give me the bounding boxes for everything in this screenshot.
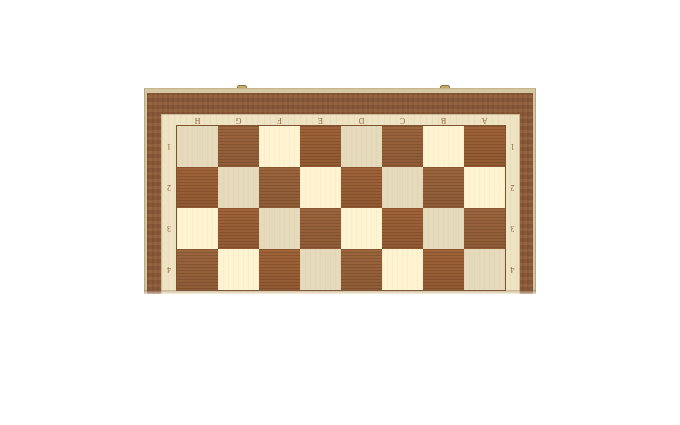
square-f1 xyxy=(259,126,300,167)
file-labels-row: HGFEDCBA xyxy=(177,114,505,126)
square-e4 xyxy=(300,249,341,290)
square-g3 xyxy=(218,208,259,249)
square-d4 xyxy=(341,249,382,290)
rank-label-right-4: 4 xyxy=(505,249,520,290)
square-a3 xyxy=(464,208,505,249)
square-d1 xyxy=(341,126,382,167)
square-g2 xyxy=(218,167,259,208)
square-h3 xyxy=(177,208,218,249)
square-a1 xyxy=(464,126,505,167)
square-h1 xyxy=(177,126,218,167)
square-a2 xyxy=(464,167,505,208)
square-h2 xyxy=(177,167,218,208)
file-label-e: E xyxy=(300,114,341,126)
square-e3 xyxy=(300,208,341,249)
square-c2 xyxy=(382,167,423,208)
square-b4 xyxy=(423,249,464,290)
square-b1 xyxy=(423,126,464,167)
rank-labels-right: 1234 xyxy=(505,126,520,290)
file-label-a: A xyxy=(464,114,505,126)
file-label-h: H xyxy=(177,114,218,126)
fold-edge xyxy=(144,290,536,294)
square-d2 xyxy=(341,167,382,208)
square-c4 xyxy=(382,249,423,290)
board-squares xyxy=(177,126,505,290)
square-e2 xyxy=(300,167,341,208)
square-h4 xyxy=(177,249,218,290)
file-label-b: B xyxy=(423,114,464,126)
square-a4 xyxy=(464,249,505,290)
chessboard: HGFEDCBA 1234 1234 xyxy=(144,85,536,294)
product-photo: HGFEDCBA 1234 1234 xyxy=(0,0,680,425)
square-g4 xyxy=(218,249,259,290)
rank-label-right-1: 1 xyxy=(505,126,520,167)
rank-label-left-2: 2 xyxy=(161,167,177,208)
square-f4 xyxy=(259,249,300,290)
rank-label-right-2: 2 xyxy=(505,167,520,208)
square-f3 xyxy=(259,208,300,249)
rank-label-left-1: 1 xyxy=(161,126,177,167)
rank-label-left-4: 4 xyxy=(161,249,177,290)
file-label-c: C xyxy=(382,114,423,126)
square-b3 xyxy=(423,208,464,249)
rank-label-right-3: 3 xyxy=(505,208,520,249)
square-d3 xyxy=(341,208,382,249)
rank-label-left-3: 3 xyxy=(161,208,177,249)
square-b2 xyxy=(423,167,464,208)
square-f2 xyxy=(259,167,300,208)
file-label-d: D xyxy=(341,114,382,126)
square-g1 xyxy=(218,126,259,167)
square-c3 xyxy=(382,208,423,249)
square-e1 xyxy=(300,126,341,167)
file-label-g: G xyxy=(218,114,259,126)
square-c1 xyxy=(382,126,423,167)
rank-labels-left: 1234 xyxy=(161,126,177,290)
file-label-f: F xyxy=(259,114,300,126)
